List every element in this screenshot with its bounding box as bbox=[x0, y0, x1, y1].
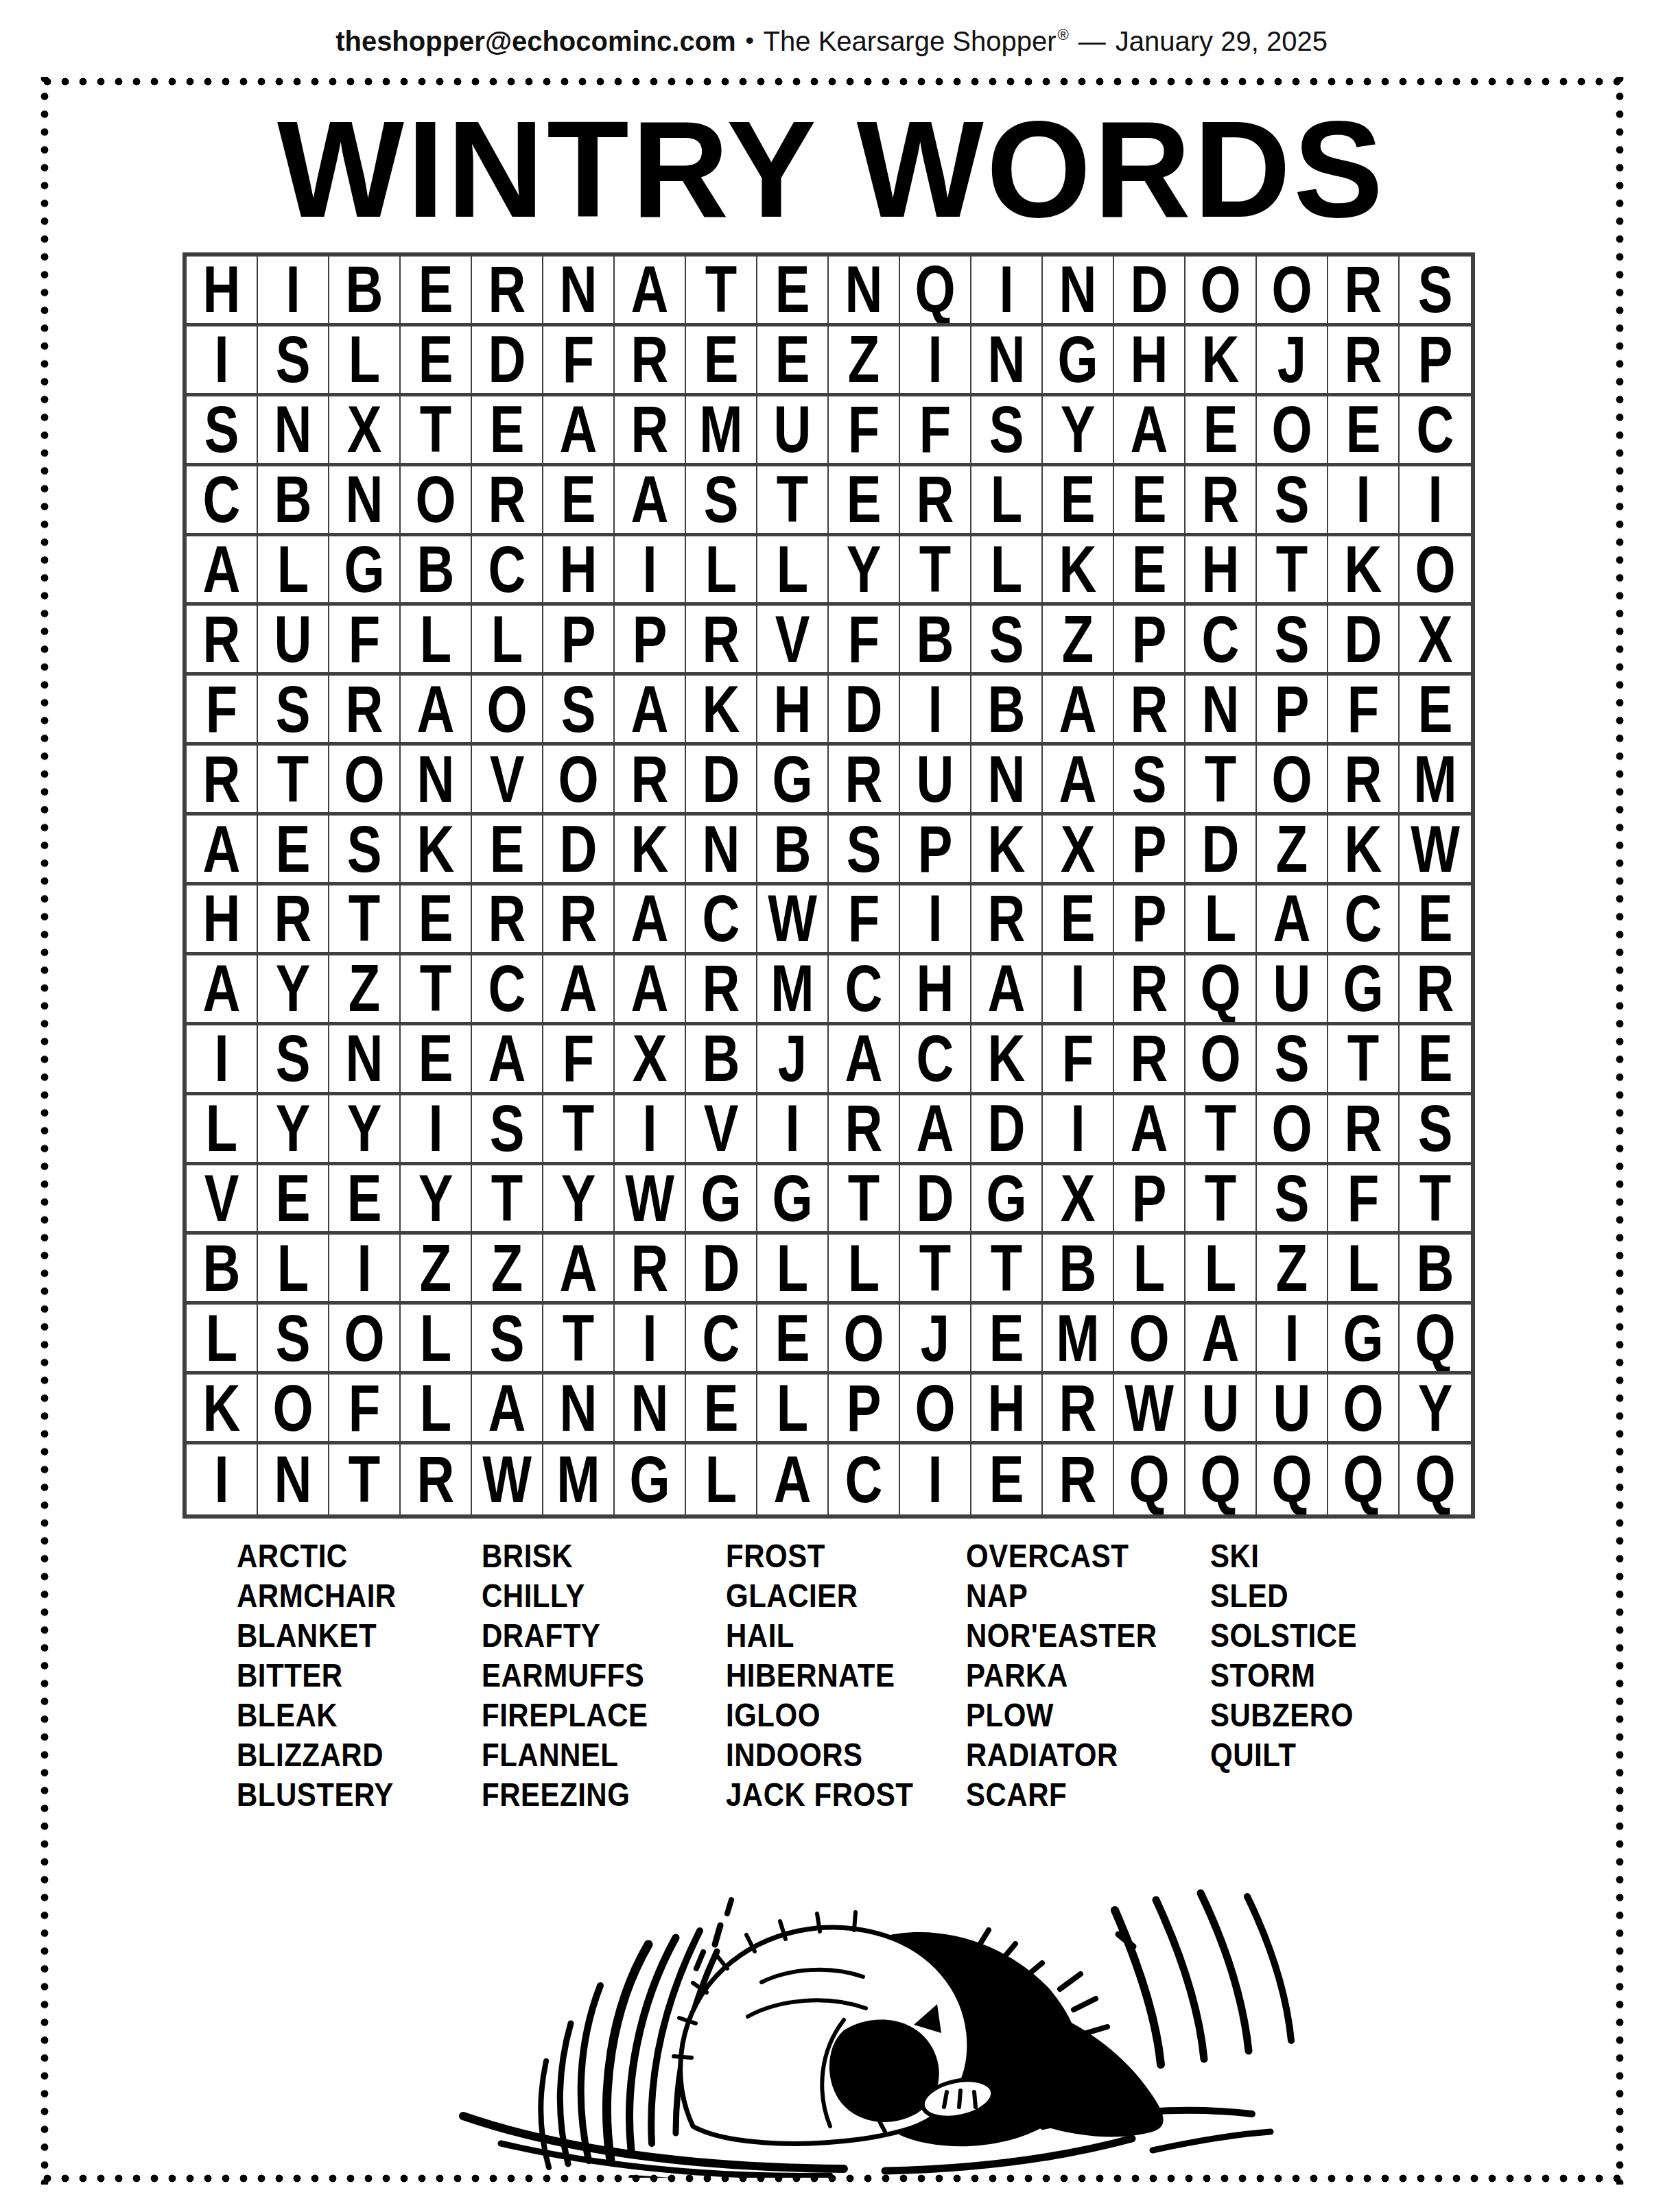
grid-letter: T bbox=[277, 746, 309, 812]
grid-letter: R bbox=[1131, 955, 1168, 1022]
grid-letter: D bbox=[988, 1095, 1026, 1162]
page-header: theshopper@echocominc.com • The Kearsarg… bbox=[0, 26, 1663, 57]
grid-letter: T bbox=[349, 1446, 380, 1512]
grid-cell: I bbox=[971, 257, 1043, 326]
grid-cell: W bbox=[472, 1444, 543, 1514]
grid-letter: P bbox=[1132, 606, 1167, 672]
grid-cell: R bbox=[615, 746, 686, 816]
grid-letter: I bbox=[214, 1025, 228, 1092]
grid-letter: A bbox=[488, 1025, 526, 1092]
grid-letter: L bbox=[1347, 1235, 1379, 1301]
grid-cell: Q bbox=[900, 257, 971, 326]
grid-cell: V bbox=[757, 606, 829, 676]
grid-letter: H bbox=[560, 536, 598, 603]
grid-cell: U bbox=[1257, 1375, 1328, 1444]
grid-cell: N bbox=[615, 1375, 686, 1444]
word-list-item-text: ARMCHAIR bbox=[237, 1580, 397, 1613]
grid-letter: F bbox=[563, 1025, 594, 1092]
grid-cell: I bbox=[615, 536, 686, 606]
grid-cell: P bbox=[1114, 606, 1186, 676]
grid-cell: E bbox=[1400, 885, 1471, 955]
grid-letter: X bbox=[1061, 1165, 1096, 1232]
grid-letter: W bbox=[768, 885, 817, 952]
grid-letter: M bbox=[1413, 746, 1456, 812]
grid-letter: T bbox=[991, 1235, 1022, 1301]
grid-letter: D bbox=[703, 1235, 740, 1301]
grid-cell: I bbox=[1328, 466, 1400, 536]
grid-cell: C bbox=[686, 885, 757, 955]
grid-cell: K bbox=[615, 816, 686, 885]
grid-cell: S bbox=[187, 396, 258, 466]
grid-cell: O bbox=[329, 1305, 401, 1375]
grid-cell: E bbox=[258, 1165, 329, 1235]
grid-cell: Q bbox=[1328, 1444, 1400, 1514]
grid-cell: A bbox=[401, 676, 472, 746]
grid-cell: A bbox=[472, 1025, 543, 1095]
grid-letter: O bbox=[415, 466, 456, 533]
grid-cell: Q bbox=[1400, 1305, 1471, 1375]
word-list-item-text: FROST bbox=[726, 1540, 825, 1573]
grid-cell: D bbox=[686, 746, 757, 816]
grid-letter: B bbox=[346, 257, 384, 323]
grid-cell: L bbox=[401, 1375, 472, 1444]
grid-letter: S bbox=[1275, 466, 1310, 533]
word-list-item-text: CHILLY bbox=[482, 1580, 585, 1613]
grid-cell: S bbox=[1257, 1025, 1328, 1095]
grid-letter: G bbox=[772, 746, 812, 812]
grid-letter: A bbox=[631, 257, 669, 323]
word-list-item: HIBERNATE bbox=[726, 1656, 966, 1696]
grid-letter: A bbox=[917, 1095, 954, 1162]
grid-letter: A bbox=[560, 1235, 598, 1301]
grid-letter: K bbox=[1345, 816, 1382, 882]
grid-letter: T bbox=[349, 885, 380, 952]
grid-letter: E bbox=[1418, 676, 1453, 742]
grid-cell: D bbox=[900, 1165, 971, 1235]
grid-letter: S bbox=[276, 1305, 311, 1371]
grid-cell: P bbox=[1114, 816, 1186, 885]
grid-cell: R bbox=[187, 606, 258, 676]
grid-letter: O bbox=[1200, 1025, 1240, 1092]
grid-letter: H bbox=[203, 885, 241, 952]
word-list-item-text: BLANKET bbox=[237, 1619, 377, 1652]
word-list-column: SKISLEDSOLSTICESTORMSUBZEROQUILT bbox=[1210, 1536, 1444, 1815]
grid-letter: R bbox=[1417, 955, 1454, 1022]
grid-cell: H bbox=[1114, 326, 1186, 396]
grid-cell: L bbox=[1328, 1235, 1400, 1305]
grid-cell: Y bbox=[1400, 1375, 1471, 1444]
grid-cell: N bbox=[258, 1444, 329, 1514]
grid-cell: M bbox=[686, 396, 757, 466]
grid-letter: S bbox=[347, 816, 382, 882]
sleeping-cat-illustration bbox=[405, 1804, 1324, 2178]
grid-cell: W bbox=[757, 885, 829, 955]
grid-cell: R bbox=[472, 885, 543, 955]
grid-cell: F bbox=[543, 326, 615, 396]
grid-letter: I bbox=[642, 1305, 657, 1371]
grid-letter: P bbox=[1418, 326, 1453, 393]
grid-cell: M bbox=[1043, 1305, 1114, 1375]
grid-cell: Q bbox=[1114, 1444, 1186, 1514]
grid-letter: R bbox=[917, 466, 954, 533]
grid-letter: Y bbox=[847, 536, 882, 603]
grid-cell: C bbox=[829, 955, 900, 1025]
grid-letter: S bbox=[704, 466, 739, 533]
grid-cell: B bbox=[329, 257, 401, 326]
grid-cell: W bbox=[1114, 1375, 1186, 1444]
grid-cell: U bbox=[258, 606, 329, 676]
grid-cell: E bbox=[971, 1444, 1043, 1514]
grid-letter: R bbox=[417, 1446, 455, 1512]
word-list-item: PARKA bbox=[966, 1656, 1210, 1696]
grid-letter: S bbox=[1418, 1095, 1453, 1162]
grid-cell: R bbox=[187, 746, 258, 816]
word-list-item: ARMCHAIR bbox=[237, 1576, 482, 1616]
grid-cell: R bbox=[1043, 1444, 1114, 1514]
grid-letter: R bbox=[1345, 257, 1382, 323]
grid-letter: E bbox=[1061, 466, 1096, 533]
grid-cell: K bbox=[1043, 536, 1114, 606]
word-list-item: QUILT bbox=[1210, 1735, 1444, 1775]
grid-cell: N bbox=[1043, 257, 1114, 326]
grid-cell: Y bbox=[829, 536, 900, 606]
grid-letter: F bbox=[1347, 1165, 1379, 1232]
grid-cell: O bbox=[1186, 257, 1257, 326]
grid-letter: Y bbox=[347, 1095, 382, 1162]
grid-cell: S bbox=[472, 1305, 543, 1375]
grid-cell: S bbox=[686, 466, 757, 536]
grid-cell: S bbox=[1400, 1095, 1471, 1165]
grid-letter: N bbox=[274, 1446, 312, 1512]
grid-letter: Y bbox=[1418, 1375, 1453, 1441]
grid-letter: P bbox=[561, 606, 596, 672]
puzzle-page: theshopper@echocominc.com • The Kearsarg… bbox=[0, 0, 1663, 2212]
grid-cell: R bbox=[1114, 676, 1186, 746]
grid-letter: E bbox=[418, 257, 453, 323]
grid-cell: E bbox=[472, 816, 543, 885]
grid-cell: N bbox=[401, 746, 472, 816]
grid-cell: M bbox=[757, 955, 829, 1025]
grid-cell: D bbox=[686, 1235, 757, 1305]
puzzle-title: WINTRY WORDS bbox=[0, 102, 1663, 236]
grid-cell: L bbox=[971, 466, 1043, 536]
grid-letter: P bbox=[1132, 1165, 1167, 1232]
grid-letter: P bbox=[1275, 676, 1310, 742]
grid-cell: O bbox=[329, 746, 401, 816]
grid-letter: O bbox=[486, 676, 527, 742]
grid-letter: E bbox=[989, 1305, 1024, 1371]
grid-letter: D bbox=[488, 326, 526, 393]
grid-cell: L bbox=[401, 1305, 472, 1375]
word-list-item-text: RADIATOR bbox=[966, 1739, 1118, 1772]
grid-letter: A bbox=[631, 466, 669, 533]
grid-cell: I bbox=[900, 1444, 971, 1514]
grid-cell: S bbox=[543, 676, 615, 746]
word-list-column: BRISKCHILLYDRAFTYEARMUFFSFIREPLACEFLANNE… bbox=[482, 1536, 726, 1815]
grid-letter: A bbox=[560, 396, 598, 463]
grid-cell: B bbox=[900, 606, 971, 676]
grid-letter: S bbox=[276, 1025, 311, 1092]
grid-letter: D bbox=[845, 676, 883, 742]
grid-cell: T bbox=[1400, 1165, 1471, 1235]
grid-letter: K bbox=[631, 816, 669, 882]
grid-cell: D bbox=[1114, 257, 1186, 326]
grid-cell: N bbox=[1186, 676, 1257, 746]
grid-letter: C bbox=[203, 466, 241, 533]
grid-letter: A bbox=[1131, 1095, 1168, 1162]
grid-cell: I bbox=[401, 1095, 472, 1165]
word-list-item-text: EARMUFFS bbox=[482, 1659, 644, 1692]
puzzle-title-text: WINTRY WORDS bbox=[277, 102, 1386, 239]
grid-letter: U bbox=[1202, 1375, 1240, 1441]
grid-cell: Q bbox=[1400, 1444, 1471, 1514]
grid-letter: L bbox=[1133, 1235, 1165, 1301]
grid-cell: R bbox=[615, 396, 686, 466]
grid-cell: F bbox=[900, 396, 971, 466]
grid-letter: B bbox=[988, 676, 1026, 742]
word-list-item: BRISK bbox=[482, 1536, 726, 1576]
grid-cell: B bbox=[971, 676, 1043, 746]
grid-letter: C bbox=[703, 1305, 740, 1371]
grid-letter: O bbox=[1200, 257, 1240, 323]
grid-letter: A bbox=[988, 955, 1026, 1022]
grid-letter: S bbox=[847, 816, 882, 882]
grid-cell: P bbox=[829, 1375, 900, 1444]
grid-letter: G bbox=[629, 1446, 670, 1512]
grid-cell: L bbox=[401, 606, 472, 676]
grid-cell: K bbox=[1328, 536, 1400, 606]
grid-cell: E bbox=[829, 466, 900, 536]
grid-cell: A bbox=[1043, 676, 1114, 746]
grid-letter: Y bbox=[418, 1165, 453, 1232]
grid-letter: C bbox=[703, 885, 740, 952]
grid-cell: B bbox=[686, 1025, 757, 1095]
grid-letter: U bbox=[274, 606, 312, 672]
grid-letter: O bbox=[1271, 257, 1312, 323]
grid-cell: E bbox=[472, 396, 543, 466]
grid-cell: O bbox=[1257, 396, 1328, 466]
grid-cell: G bbox=[1328, 1305, 1400, 1375]
grid-cell: I bbox=[900, 326, 971, 396]
grid-cell: T bbox=[1328, 1025, 1400, 1095]
grid-letter: A bbox=[1059, 676, 1097, 742]
grid-cell: R bbox=[615, 326, 686, 396]
grid-cell: E bbox=[686, 1375, 757, 1444]
grid-cell: O bbox=[401, 466, 472, 536]
grid-letter: L bbox=[991, 466, 1022, 533]
grid-cell: R bbox=[543, 885, 615, 955]
word-list-item: GLACIER bbox=[726, 1576, 966, 1616]
grid-letter: O bbox=[558, 746, 598, 812]
grid-cell: B bbox=[401, 536, 472, 606]
grid-letter: L bbox=[1205, 885, 1236, 952]
grid-cell: S bbox=[1257, 606, 1328, 676]
word-list-item-text: PARKA bbox=[966, 1659, 1068, 1692]
grid-letter: K bbox=[1202, 326, 1240, 393]
word-list-item: FLANNEL bbox=[482, 1735, 726, 1775]
grid-cell: R bbox=[1186, 466, 1257, 536]
grid-cell: T bbox=[1257, 536, 1328, 606]
grid-cell: O bbox=[1257, 257, 1328, 326]
grid-cell: D bbox=[543, 816, 615, 885]
word-list-item-text: FLANNEL bbox=[482, 1739, 618, 1772]
grid-cell: E bbox=[258, 816, 329, 885]
grid-letter: D bbox=[703, 746, 740, 812]
grid-letter: G bbox=[344, 536, 384, 603]
grid-cell: P bbox=[543, 606, 615, 676]
grid-cell: L bbox=[329, 326, 401, 396]
grid-cell: T bbox=[258, 746, 329, 816]
grid-letter: A bbox=[560, 955, 598, 1022]
grid-cell: A bbox=[1114, 396, 1186, 466]
grid-letter: C bbox=[1417, 396, 1454, 463]
grid-letter: J bbox=[778, 1025, 807, 1092]
grid-cell: A bbox=[971, 955, 1043, 1025]
grid-letter: C bbox=[488, 536, 526, 603]
grid-letter: O bbox=[1271, 1095, 1312, 1162]
grid-cell: T bbox=[686, 257, 757, 326]
grid-letter: K bbox=[988, 1025, 1026, 1092]
grid-cell: T bbox=[900, 1235, 971, 1305]
grid-cell: A bbox=[615, 257, 686, 326]
grid-letter: L bbox=[1205, 1235, 1236, 1301]
grid-letter: O bbox=[1129, 1305, 1169, 1371]
publication-name-wrap: The Kearsarge Shopper® bbox=[764, 26, 1069, 57]
grid-cell: P bbox=[1114, 885, 1186, 955]
grid-cell: O bbox=[1114, 1305, 1186, 1375]
grid-cell: E bbox=[1328, 396, 1400, 466]
grid-letter: S bbox=[276, 676, 311, 742]
grid-cell: O bbox=[829, 1305, 900, 1375]
grid-cell: A bbox=[187, 955, 258, 1025]
grid-letter: T bbox=[919, 1235, 951, 1301]
grid-cell: G bbox=[1043, 326, 1114, 396]
grid-cell: H bbox=[543, 536, 615, 606]
grid-cell: F bbox=[329, 1375, 401, 1444]
grid-letter: Z bbox=[848, 326, 880, 393]
grid-letter: E bbox=[775, 326, 810, 393]
grid-letter: T bbox=[848, 1165, 880, 1232]
grid-cell: T bbox=[971, 1235, 1043, 1305]
grid-cell: I bbox=[900, 885, 971, 955]
grid-letter: I bbox=[285, 257, 300, 323]
grid-letter: F bbox=[1062, 1025, 1094, 1092]
word-list-item: OVERCAST bbox=[966, 1536, 1210, 1576]
grid-cell: V bbox=[686, 1095, 757, 1165]
grid-cell: O bbox=[543, 746, 615, 816]
grid-letter: Z bbox=[1276, 816, 1308, 882]
grid-letter: P bbox=[633, 606, 668, 672]
grid-cell: R bbox=[1328, 257, 1400, 326]
grid-letter: T bbox=[919, 536, 951, 603]
grid-letter: C bbox=[1345, 885, 1382, 952]
word-list-item-text: SUBZERO bbox=[1210, 1699, 1354, 1732]
grid-cell: T bbox=[401, 955, 472, 1025]
grid-letter: W bbox=[1124, 1375, 1174, 1441]
grid-cell: L bbox=[258, 1235, 329, 1305]
grid-cell: O bbox=[900, 1375, 971, 1444]
grid-letter: G bbox=[986, 1165, 1026, 1232]
grid-letter: I bbox=[1428, 466, 1442, 533]
grid-letter: N bbox=[703, 816, 740, 882]
grid-cell: E bbox=[757, 1305, 829, 1375]
grid-cell: A bbox=[472, 1375, 543, 1444]
grid-letter: R bbox=[631, 326, 669, 393]
grid-letter: N bbox=[274, 396, 312, 463]
grid-cell: Z bbox=[472, 1235, 543, 1305]
grid-letter: J bbox=[1277, 326, 1306, 393]
grid-letter: L bbox=[777, 536, 808, 603]
grid-cell: R bbox=[401, 1444, 472, 1514]
grid-letter: O bbox=[272, 1375, 313, 1441]
grid-letter: R bbox=[631, 746, 669, 812]
word-list-item-text: NAP bbox=[966, 1580, 1028, 1613]
word-list-item: INDOORS bbox=[726, 1735, 966, 1775]
grid-letter: R bbox=[203, 606, 241, 672]
grid-cell: K bbox=[971, 1025, 1043, 1095]
grid-letter: R bbox=[488, 257, 526, 323]
grid-cell: D bbox=[829, 676, 900, 746]
grid-letter: T bbox=[420, 396, 451, 463]
grid-letter: T bbox=[1205, 746, 1236, 812]
grid-letter: Z bbox=[491, 1235, 523, 1301]
grid-letter: G bbox=[1343, 955, 1383, 1022]
grid-letter: E bbox=[418, 326, 453, 393]
grid-letter: A bbox=[631, 676, 669, 742]
grid-letter: S bbox=[204, 396, 239, 463]
grid-letter: N bbox=[346, 466, 384, 533]
grid-letter: Q bbox=[915, 257, 955, 323]
grid-letter: T bbox=[1419, 1165, 1451, 1232]
grid-cell: E bbox=[543, 466, 615, 536]
word-list-item-text: SKI bbox=[1210, 1540, 1260, 1573]
grid-letter: D bbox=[560, 816, 598, 882]
grid-letter: Q bbox=[1200, 1446, 1240, 1512]
grid-cell: K bbox=[401, 816, 472, 885]
grid-letter: H bbox=[988, 1375, 1026, 1441]
grid-letter: R bbox=[1059, 1446, 1097, 1512]
grid-cell: L bbox=[472, 606, 543, 676]
grid-letter: M bbox=[699, 396, 742, 463]
grid-letter: L bbox=[848, 1235, 880, 1301]
grid-letter: S bbox=[1275, 606, 1310, 672]
grid-letter: T bbox=[563, 1095, 594, 1162]
word-list-item: NAP bbox=[966, 1576, 1210, 1616]
grid-cell: S bbox=[258, 676, 329, 746]
word-list-item-text: STORM bbox=[1210, 1659, 1315, 1692]
grid-letter: R bbox=[1059, 1375, 1097, 1441]
word-list-item-text: BRISK bbox=[482, 1540, 573, 1573]
grid-letter: U bbox=[1273, 1375, 1311, 1441]
grid-letter: L bbox=[777, 1235, 808, 1301]
grid-cell: N bbox=[543, 257, 615, 326]
grid-letter: T bbox=[563, 1305, 594, 1371]
grid-cell: X bbox=[615, 1025, 686, 1095]
grid-cell: G bbox=[615, 1444, 686, 1514]
grid-letter: T bbox=[1347, 1025, 1379, 1092]
grid-letter: Q bbox=[1271, 1446, 1312, 1512]
grid-cell: K bbox=[971, 816, 1043, 885]
grid-cell: E bbox=[401, 257, 472, 326]
grid-letter: I bbox=[428, 1095, 443, 1162]
grid-cell: B bbox=[258, 466, 329, 536]
grid-letter: F bbox=[848, 606, 880, 672]
grid-cell: N bbox=[258, 396, 329, 466]
word-list-item: CHILLY bbox=[482, 1576, 726, 1616]
grid-cell: R bbox=[329, 676, 401, 746]
grid-letter: I bbox=[642, 1095, 657, 1162]
grid-letter: N bbox=[1059, 257, 1097, 323]
